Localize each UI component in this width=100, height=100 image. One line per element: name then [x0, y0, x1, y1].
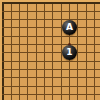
go-board[interactable]: A1: [0, 0, 100, 100]
grid-cell: [49, 82, 57, 90]
grid-cell: [15, 15, 23, 23]
grid-cell: [24, 15, 32, 23]
grid-cell: [32, 99, 40, 100]
grid-cell: [7, 15, 15, 23]
grid-cell: [65, 0, 73, 7]
grid-cell: [49, 7, 57, 15]
grid-cell: [99, 7, 100, 15]
grid-cell: [0, 74, 7, 82]
grid-cell: [24, 40, 32, 48]
grid-cell: [90, 15, 98, 23]
grid-cell: [24, 49, 32, 57]
grid-cell: [15, 82, 23, 90]
grid-cell: [99, 82, 100, 90]
grid-cell: [15, 49, 23, 57]
grid-cell: [74, 7, 82, 15]
grid-cell: [40, 7, 48, 15]
grid-cell: [65, 74, 73, 82]
grid-cell: [0, 32, 7, 40]
grid-cell: [57, 74, 65, 82]
grid-cell: [90, 40, 98, 48]
grid-cell: [7, 0, 15, 7]
grid-cell: [40, 32, 48, 40]
grid-cell: [82, 7, 90, 15]
grid-cell: [99, 24, 100, 32]
grid-cell: [32, 57, 40, 65]
grid-cell: [24, 0, 32, 7]
grid-cell: [49, 74, 57, 82]
grid-cell: [15, 99, 23, 100]
grid-cell: [0, 49, 7, 57]
grid-cell: [99, 90, 100, 98]
grid-cell: [32, 24, 40, 32]
grid-cell: [82, 32, 90, 40]
grid-cell: [99, 49, 100, 57]
grid-cell: [24, 65, 32, 73]
grid-cell: [82, 74, 90, 82]
grid-cell: [49, 90, 57, 98]
grid-cell: [74, 99, 82, 100]
grid-cell: [15, 90, 23, 98]
grid-cell: [49, 40, 57, 48]
grid-cell: [99, 15, 100, 23]
grid-cell: [82, 65, 90, 73]
board-grid: [0, 0, 100, 100]
grid-cell: [7, 32, 15, 40]
grid-cell: [24, 82, 32, 90]
grid-cell: [32, 0, 40, 7]
grid-cell: [0, 7, 7, 15]
grid-cell: [99, 57, 100, 65]
grid-cell: [40, 57, 48, 65]
grid-cell: [90, 0, 98, 7]
grid-cell: [65, 82, 73, 90]
grid-cell: [0, 0, 7, 7]
grid-cell: [57, 90, 65, 98]
grid-cell: [40, 82, 48, 90]
grid-cell: [24, 90, 32, 98]
grid-cell: [0, 40, 7, 48]
grid-cell: [90, 49, 98, 57]
grid-cell: [32, 90, 40, 98]
grid-cell: [90, 74, 98, 82]
grid-cell: [99, 40, 100, 48]
grid-cell: [24, 74, 32, 82]
grid-cell: [40, 99, 48, 100]
grid-cell: [7, 49, 15, 57]
grid-cell: [32, 82, 40, 90]
grid-cell: [15, 57, 23, 65]
grid-cell: [32, 40, 40, 48]
grid-cell: [7, 24, 15, 32]
grid-cell: [7, 90, 15, 98]
grid-cell: [40, 0, 48, 7]
grid-cell: [15, 32, 23, 40]
grid-cell: [57, 82, 65, 90]
grid-cell: [74, 32, 82, 40]
grid-cell: [65, 7, 73, 15]
grid-cell: [90, 32, 98, 40]
grid-cell: [65, 99, 73, 100]
grid-cell: [90, 7, 98, 15]
grid-cell: [82, 99, 90, 100]
grid-cell: [99, 65, 100, 73]
grid-cell: [0, 24, 7, 32]
grid-cell: [82, 82, 90, 90]
grid-cell: [32, 15, 40, 23]
grid-cell: [7, 74, 15, 82]
grid-cell: [82, 90, 90, 98]
grid-cell: [15, 65, 23, 73]
grid-cell: [24, 24, 32, 32]
grid-cell: [24, 7, 32, 15]
grid-cell: [49, 99, 57, 100]
grid-cell: [74, 57, 82, 65]
grid-cell: [65, 90, 73, 98]
grid-cell: [99, 0, 100, 7]
grid-cell: [90, 65, 98, 73]
grid-cell: [7, 7, 15, 15]
grid-cell: [82, 40, 90, 48]
grid-cell: [24, 99, 32, 100]
grid-cell: [40, 40, 48, 48]
grid-cell: [32, 74, 40, 82]
grid-cell: [74, 74, 82, 82]
grid-cell: [7, 57, 15, 65]
grid-cell: [15, 74, 23, 82]
grid-cell: [74, 82, 82, 90]
grid-cell: [82, 57, 90, 65]
grid-cell: [0, 57, 7, 65]
grid-cell: [0, 65, 7, 73]
grid-cell: [7, 82, 15, 90]
grid-cell: [49, 49, 57, 57]
grid-cell: [82, 15, 90, 23]
grid-cell: [90, 82, 98, 90]
grid-cell: [49, 65, 57, 73]
grid-cell: [40, 65, 48, 73]
grid-cell: [0, 15, 7, 23]
grid-cell: [7, 40, 15, 48]
grid-cell: [57, 0, 65, 7]
grid-cell: [40, 74, 48, 82]
grid-cell: [49, 32, 57, 40]
grid-cell: [40, 24, 48, 32]
grid-cell: [49, 15, 57, 23]
grid-cell: [74, 90, 82, 98]
grid-cell: [0, 99, 7, 100]
grid-cell: [74, 65, 82, 73]
grid-cell: [32, 49, 40, 57]
grid-cell: [65, 65, 73, 73]
grid-cell: [15, 7, 23, 15]
grid-cell: [99, 99, 100, 100]
grid-cell: [15, 24, 23, 32]
grid-cell: [40, 15, 48, 23]
grid-cell: [82, 49, 90, 57]
grid-cell: [99, 32, 100, 40]
grid-cell: [32, 7, 40, 15]
grid-cell: [82, 24, 90, 32]
grid-cell: [15, 0, 23, 7]
grid-cell: [32, 65, 40, 73]
grid-cell: [74, 0, 82, 7]
grid-cell: [15, 40, 23, 48]
grid-cell: [32, 32, 40, 40]
grid-cell: [90, 57, 98, 65]
grid-cell: [57, 99, 65, 100]
grid-cell: [82, 0, 90, 7]
grid-cell: [49, 0, 57, 7]
grid-cell: [90, 24, 98, 32]
grid-cell: [24, 57, 32, 65]
grid-cell: [0, 90, 7, 98]
grid-cell: [90, 90, 98, 98]
grid-cell: [49, 24, 57, 32]
grid-cell: [24, 32, 32, 40]
grid-cell: [49, 57, 57, 65]
grid-cell: [40, 49, 48, 57]
grid-cell: [7, 65, 15, 73]
grid-cell: [99, 74, 100, 82]
grid-cell: [90, 99, 98, 100]
grid-cell: [40, 90, 48, 98]
grid-cell: [57, 7, 65, 15]
grid-cell: [7, 99, 15, 100]
grid-cell: [0, 82, 7, 90]
grid-cell: [57, 65, 65, 73]
